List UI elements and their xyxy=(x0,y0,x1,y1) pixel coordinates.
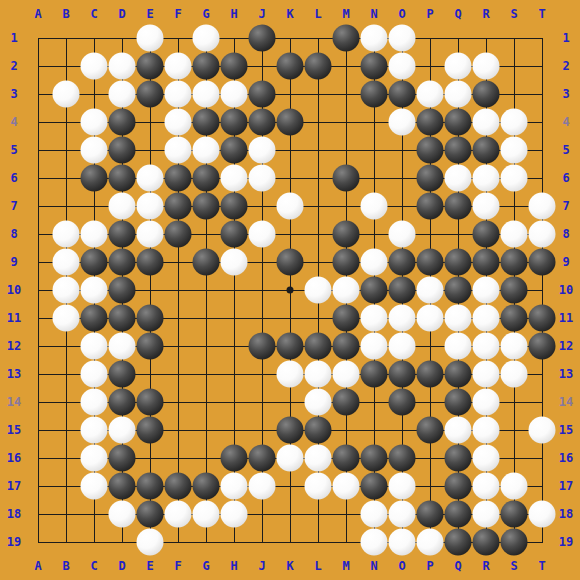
stone-white-D18[interactable] xyxy=(109,501,136,528)
stone-white-B10[interactable] xyxy=(53,277,80,304)
stone-black-K4[interactable] xyxy=(277,109,304,136)
stone-white-C16[interactable] xyxy=(81,445,108,472)
row-label-left-6: 6 xyxy=(10,171,17,185)
stone-black-Q19[interactable] xyxy=(445,529,472,556)
stone-white-F2[interactable] xyxy=(165,53,192,80)
row-label-right-6: 6 xyxy=(562,171,569,185)
row-label-left-17: 17 xyxy=(7,479,21,493)
stone-black-D8[interactable] xyxy=(109,221,136,248)
stone-white-L14[interactable] xyxy=(305,389,332,416)
row-label-right-3: 3 xyxy=(562,87,569,101)
row-label-left-19: 19 xyxy=(7,535,21,549)
stone-white-K13[interactable] xyxy=(277,361,304,388)
stone-black-E3[interactable] xyxy=(137,81,164,108)
stone-white-T18[interactable] xyxy=(529,501,556,528)
stone-black-C6[interactable] xyxy=(81,165,108,192)
stone-black-E12[interactable] xyxy=(137,333,164,360)
row-label-right-17: 17 xyxy=(559,479,573,493)
col-label-top-R: R xyxy=(482,7,489,21)
stone-black-K9[interactable] xyxy=(277,249,304,276)
stone-black-K12[interactable] xyxy=(277,333,304,360)
stone-white-O11[interactable] xyxy=(389,305,416,332)
stone-black-R19[interactable] xyxy=(473,529,500,556)
stone-black-G4[interactable] xyxy=(193,109,220,136)
row-label-right-18: 18 xyxy=(559,507,573,521)
row-label-left-7: 7 xyxy=(10,199,17,213)
row-label-right-16: 16 xyxy=(559,451,573,465)
stone-white-O17[interactable] xyxy=(389,473,416,500)
stone-white-L16[interactable] xyxy=(305,445,332,472)
col-label-bottom-C: C xyxy=(90,559,97,573)
stone-black-O13[interactable] xyxy=(389,361,416,388)
col-label-top-T: T xyxy=(538,7,545,21)
stone-black-S11[interactable] xyxy=(501,305,528,332)
col-label-top-L: L xyxy=(314,7,321,21)
stone-black-D13[interactable] xyxy=(109,361,136,388)
stone-black-N13[interactable] xyxy=(361,361,388,388)
stone-black-P9[interactable] xyxy=(417,249,444,276)
row-label-right-2: 2 xyxy=(562,59,569,73)
stone-black-S18[interactable] xyxy=(501,501,528,528)
stone-white-E7[interactable] xyxy=(137,193,164,220)
stone-black-F17[interactable] xyxy=(165,473,192,500)
stone-black-G7[interactable] xyxy=(193,193,220,220)
stone-black-O9[interactable] xyxy=(389,249,416,276)
stone-black-D9[interactable] xyxy=(109,249,136,276)
stone-white-S5[interactable] xyxy=(501,137,528,164)
stone-white-J6[interactable] xyxy=(249,165,276,192)
col-label-top-N: N xyxy=(370,7,377,21)
stone-white-R16[interactable] xyxy=(473,445,500,472)
stone-black-Q14[interactable] xyxy=(445,389,472,416)
stone-white-L13[interactable] xyxy=(305,361,332,388)
stone-black-P15[interactable] xyxy=(417,417,444,444)
stone-white-B9[interactable] xyxy=(53,249,80,276)
col-label-top-G: G xyxy=(202,7,209,21)
stone-white-F18[interactable] xyxy=(165,501,192,528)
stone-white-T15[interactable] xyxy=(529,417,556,444)
stone-black-J16[interactable] xyxy=(249,445,276,472)
row-label-left-9: 9 xyxy=(10,255,17,269)
stone-black-L15[interactable] xyxy=(305,417,332,444)
go-board[interactable]: AABBCCDDEEFFGGHHJJKKLLMMNNOOPPQQRRSSTT11… xyxy=(0,0,580,580)
stone-white-C12[interactable] xyxy=(81,333,108,360)
col-label-top-C: C xyxy=(90,7,97,21)
stone-black-D5[interactable] xyxy=(109,137,136,164)
stone-white-R13[interactable] xyxy=(473,361,500,388)
stone-black-Q13[interactable] xyxy=(445,361,472,388)
row-label-left-11: 11 xyxy=(7,311,21,325)
row-label-left-8: 8 xyxy=(10,227,17,241)
stone-black-O3[interactable] xyxy=(389,81,416,108)
stone-black-O14[interactable] xyxy=(389,389,416,416)
stone-white-R6[interactable] xyxy=(473,165,500,192)
col-label-bottom-Q: Q xyxy=(454,559,461,573)
stone-white-S12[interactable] xyxy=(501,333,528,360)
row-label-right-13: 13 xyxy=(559,367,573,381)
col-label-top-B: B xyxy=(62,7,69,21)
stone-white-R7[interactable] xyxy=(473,193,500,220)
stone-black-H2[interactable] xyxy=(221,53,248,80)
stone-black-H16[interactable] xyxy=(221,445,248,472)
stone-white-E1[interactable] xyxy=(137,25,164,52)
stone-black-P5[interactable] xyxy=(417,137,444,164)
row-label-left-5: 5 xyxy=(10,143,17,157)
stone-white-E6[interactable] xyxy=(137,165,164,192)
stone-black-J1[interactable] xyxy=(249,25,276,52)
col-label-bottom-L: L xyxy=(314,559,321,573)
col-label-bottom-K: K xyxy=(286,559,293,573)
stone-white-N11[interactable] xyxy=(361,305,388,332)
col-label-top-O: O xyxy=(398,7,405,21)
col-label-top-A: A xyxy=(34,7,41,21)
col-label-bottom-M: M xyxy=(342,559,349,573)
row-label-left-16: 16 xyxy=(7,451,21,465)
stone-black-F7[interactable] xyxy=(165,193,192,220)
stone-black-R8[interactable] xyxy=(473,221,500,248)
col-label-top-S: S xyxy=(510,7,517,21)
stone-black-G6[interactable] xyxy=(193,165,220,192)
stone-white-O12[interactable] xyxy=(389,333,416,360)
row-label-left-14: 14 xyxy=(7,395,21,409)
stone-white-J5[interactable] xyxy=(249,137,276,164)
stone-black-Q5[interactable] xyxy=(445,137,472,164)
stone-white-P10[interactable] xyxy=(417,277,444,304)
stone-white-O2[interactable] xyxy=(389,53,416,80)
stone-white-D15[interactable] xyxy=(109,417,136,444)
row-label-left-10: 10 xyxy=(7,283,21,297)
row-label-left-12: 12 xyxy=(7,339,21,353)
col-label-bottom-E: E xyxy=(146,559,153,573)
stone-white-F5[interactable] xyxy=(165,137,192,164)
stone-white-R4[interactable] xyxy=(473,109,500,136)
stone-white-N18[interactable] xyxy=(361,501,388,528)
stone-black-T12[interactable] xyxy=(529,333,556,360)
col-label-top-D: D xyxy=(118,7,125,21)
stone-white-T8[interactable] xyxy=(529,221,556,248)
stone-white-E8[interactable] xyxy=(137,221,164,248)
stone-black-P4[interactable] xyxy=(417,109,444,136)
row-label-right-15: 15 xyxy=(559,423,573,437)
stone-white-C13[interactable] xyxy=(81,361,108,388)
stone-black-Q4[interactable] xyxy=(445,109,472,136)
row-label-right-10: 10 xyxy=(559,283,573,297)
stone-white-C14[interactable] xyxy=(81,389,108,416)
row-label-right-12: 12 xyxy=(559,339,573,353)
col-label-top-K: K xyxy=(286,7,293,21)
row-label-left-2: 2 xyxy=(10,59,17,73)
row-label-right-1: 1 xyxy=(562,31,569,45)
stone-white-D12[interactable] xyxy=(109,333,136,360)
stone-white-C2[interactable] xyxy=(81,53,108,80)
stone-white-O18[interactable] xyxy=(389,501,416,528)
stone-black-H8[interactable] xyxy=(221,221,248,248)
stone-white-G18[interactable] xyxy=(193,501,220,528)
stone-black-Q16[interactable] xyxy=(445,445,472,472)
stone-white-H3[interactable] xyxy=(221,81,248,108)
stone-white-B11[interactable] xyxy=(53,305,80,332)
col-label-bottom-O: O xyxy=(398,559,405,573)
stone-white-O19[interactable] xyxy=(389,529,416,556)
row-label-left-18: 18 xyxy=(7,507,21,521)
stone-black-G17[interactable] xyxy=(193,473,220,500)
stone-black-K2[interactable] xyxy=(277,53,304,80)
stone-white-G1[interactable] xyxy=(193,25,220,52)
stone-white-C10[interactable] xyxy=(81,277,108,304)
col-label-bottom-P: P xyxy=(426,559,433,573)
col-label-top-P: P xyxy=(426,7,433,21)
stone-white-C15[interactable] xyxy=(81,417,108,444)
row-label-left-3: 3 xyxy=(10,87,17,101)
stone-black-H5[interactable] xyxy=(221,137,248,164)
stone-white-M13[interactable] xyxy=(333,361,360,388)
stone-white-G3[interactable] xyxy=(193,81,220,108)
stone-white-D3[interactable] xyxy=(109,81,136,108)
stone-black-L2[interactable] xyxy=(305,53,332,80)
stone-white-S8[interactable] xyxy=(501,221,528,248)
stone-black-P18[interactable] xyxy=(417,501,444,528)
stone-white-D2[interactable] xyxy=(109,53,136,80)
stone-black-E2[interactable] xyxy=(137,53,164,80)
stone-white-J17[interactable] xyxy=(249,473,276,500)
stone-white-Q12[interactable] xyxy=(445,333,472,360)
stone-black-N16[interactable] xyxy=(361,445,388,472)
col-label-bottom-S: S xyxy=(510,559,517,573)
stone-black-K15[interactable] xyxy=(277,417,304,444)
stone-white-K16[interactable] xyxy=(277,445,304,472)
stone-white-R17[interactable] xyxy=(473,473,500,500)
stone-white-R12[interactable] xyxy=(473,333,500,360)
stone-white-Q6[interactable] xyxy=(445,165,472,192)
stone-black-E14[interactable] xyxy=(137,389,164,416)
col-label-top-Q: Q xyxy=(454,7,461,21)
stone-black-M1[interactable] xyxy=(333,25,360,52)
stone-white-R15[interactable] xyxy=(473,417,500,444)
stone-white-P11[interactable] xyxy=(417,305,444,332)
col-label-bottom-D: D xyxy=(118,559,125,573)
stone-black-D4[interactable] xyxy=(109,109,136,136)
stone-white-R18[interactable] xyxy=(473,501,500,528)
stone-white-L17[interactable] xyxy=(305,473,332,500)
stone-black-H4[interactable] xyxy=(221,109,248,136)
stone-white-G5[interactable] xyxy=(193,137,220,164)
col-label-bottom-B: B xyxy=(62,559,69,573)
stone-white-F3[interactable] xyxy=(165,81,192,108)
col-label-top-E: E xyxy=(146,7,153,21)
col-label-bottom-N: N xyxy=(370,559,377,573)
row-label-right-14: 14 xyxy=(559,395,573,409)
col-label-top-H: H xyxy=(230,7,237,21)
stone-white-O1[interactable] xyxy=(389,25,416,52)
col-label-top-J: J xyxy=(258,7,265,21)
stone-white-Q2[interactable] xyxy=(445,53,472,80)
stone-white-N7[interactable] xyxy=(361,193,388,220)
stone-black-P13[interactable] xyxy=(417,361,444,388)
stone-black-F8[interactable] xyxy=(165,221,192,248)
row-label-left-1: 1 xyxy=(10,31,17,45)
stone-black-J3[interactable] xyxy=(249,81,276,108)
stone-white-S17[interactable] xyxy=(501,473,528,500)
stone-white-B3[interactable] xyxy=(53,81,80,108)
col-label-bottom-T: T xyxy=(538,559,545,573)
stone-black-S9[interactable] xyxy=(501,249,528,276)
stone-white-M10[interactable] xyxy=(333,277,360,304)
stone-white-Q15[interactable] xyxy=(445,417,472,444)
stone-black-Q10[interactable] xyxy=(445,277,472,304)
stone-black-M11[interactable] xyxy=(333,305,360,332)
stone-black-N3[interactable] xyxy=(361,81,388,108)
stone-white-L10[interactable] xyxy=(305,277,332,304)
row-label-right-5: 5 xyxy=(562,143,569,157)
stone-black-Q9[interactable] xyxy=(445,249,472,276)
row-label-left-15: 15 xyxy=(7,423,21,437)
stone-black-D16[interactable] xyxy=(109,445,136,472)
stone-black-M8[interactable] xyxy=(333,221,360,248)
row-label-left-13: 13 xyxy=(7,367,21,381)
stone-white-H18[interactable] xyxy=(221,501,248,528)
row-label-left-4: 4 xyxy=(10,115,17,129)
stone-white-K7[interactable] xyxy=(277,193,304,220)
stone-white-E19[interactable] xyxy=(137,529,164,556)
row-label-right-8: 8 xyxy=(562,227,569,241)
stone-black-Q18[interactable] xyxy=(445,501,472,528)
stone-black-M12[interactable] xyxy=(333,333,360,360)
stone-white-O8[interactable] xyxy=(389,221,416,248)
stone-black-C9[interactable] xyxy=(81,249,108,276)
stone-white-C4[interactable] xyxy=(81,109,108,136)
stone-black-M6[interactable] xyxy=(333,165,360,192)
row-label-right-11: 11 xyxy=(559,311,573,325)
col-label-top-F: F xyxy=(174,7,181,21)
stone-black-T9[interactable] xyxy=(529,249,556,276)
stone-white-R11[interactable] xyxy=(473,305,500,332)
row-label-right-19: 19 xyxy=(559,535,573,549)
stone-white-P3[interactable] xyxy=(417,81,444,108)
col-label-bottom-H: H xyxy=(230,559,237,573)
stone-black-E15[interactable] xyxy=(137,417,164,444)
stone-white-J8[interactable] xyxy=(249,221,276,248)
stone-white-R2[interactable] xyxy=(473,53,500,80)
stone-black-Q17[interactable] xyxy=(445,473,472,500)
stone-white-Q11[interactable] xyxy=(445,305,472,332)
stone-black-D14[interactable] xyxy=(109,389,136,416)
stone-white-H6[interactable] xyxy=(221,165,248,192)
stone-black-S19[interactable] xyxy=(501,529,528,556)
stone-black-D10[interactable] xyxy=(109,277,136,304)
stone-white-H17[interactable] xyxy=(221,473,248,500)
stone-white-N9[interactable] xyxy=(361,249,388,276)
stone-black-D6[interactable] xyxy=(109,165,136,192)
col-label-top-M: M xyxy=(342,7,349,21)
col-label-bottom-J: J xyxy=(258,559,265,573)
col-label-bottom-F: F xyxy=(174,559,181,573)
col-label-bottom-G: G xyxy=(202,559,209,573)
stone-black-E11[interactable] xyxy=(137,305,164,332)
col-label-bottom-R: R xyxy=(482,559,489,573)
stone-black-O16[interactable] xyxy=(389,445,416,472)
stone-white-B8[interactable] xyxy=(53,221,80,248)
row-label-right-7: 7 xyxy=(562,199,569,213)
stone-white-S13[interactable] xyxy=(501,361,528,388)
stone-white-H9[interactable] xyxy=(221,249,248,276)
stone-black-E18[interactable] xyxy=(137,501,164,528)
stone-white-O4[interactable] xyxy=(389,109,416,136)
stone-black-M14[interactable] xyxy=(333,389,360,416)
stone-black-D17[interactable] xyxy=(109,473,136,500)
stone-white-R10[interactable] xyxy=(473,277,500,304)
stone-white-R14[interactable] xyxy=(473,389,500,416)
stone-black-G9[interactable] xyxy=(193,249,220,276)
stone-black-N17[interactable] xyxy=(361,473,388,500)
stone-black-M16[interactable] xyxy=(333,445,360,472)
stone-black-T11[interactable] xyxy=(529,305,556,332)
col-label-bottom-A: A xyxy=(34,559,41,573)
stone-white-C8[interactable] xyxy=(81,221,108,248)
stone-black-R3[interactable] xyxy=(473,81,500,108)
stone-white-C5[interactable] xyxy=(81,137,108,164)
stone-black-S10[interactable] xyxy=(501,277,528,304)
stone-black-L12[interactable] xyxy=(305,333,332,360)
stone-white-N19[interactable] xyxy=(361,529,388,556)
stone-black-E9[interactable] xyxy=(137,249,164,276)
stone-white-Q3[interactable] xyxy=(445,81,472,108)
stone-black-N2[interactable] xyxy=(361,53,388,80)
stone-white-S6[interactable] xyxy=(501,165,528,192)
stone-black-Q7[interactable] xyxy=(445,193,472,220)
stone-black-C11[interactable] xyxy=(81,305,108,332)
grid-line-vertical xyxy=(542,38,543,543)
stone-black-E17[interactable] xyxy=(137,473,164,500)
stone-black-N10[interactable] xyxy=(361,277,388,304)
stone-black-G2[interactable] xyxy=(193,53,220,80)
stone-white-N1[interactable] xyxy=(361,25,388,52)
stone-black-P6[interactable] xyxy=(417,165,444,192)
stone-white-C17[interactable] xyxy=(81,473,108,500)
stone-white-P19[interactable] xyxy=(417,529,444,556)
row-label-right-9: 9 xyxy=(562,255,569,269)
stone-black-R9[interactable] xyxy=(473,249,500,276)
stone-black-D11[interactable] xyxy=(109,305,136,332)
stone-white-N12[interactable] xyxy=(361,333,388,360)
stone-black-J4[interactable] xyxy=(249,109,276,136)
stone-white-F4[interactable] xyxy=(165,109,192,136)
stone-black-P7[interactable] xyxy=(417,193,444,220)
stone-white-T7[interactable] xyxy=(529,193,556,220)
stone-black-H7[interactable] xyxy=(221,193,248,220)
stone-black-J12[interactable] xyxy=(249,333,276,360)
stone-white-M17[interactable] xyxy=(333,473,360,500)
stone-white-S4[interactable] xyxy=(501,109,528,136)
stone-white-D7[interactable] xyxy=(109,193,136,220)
stone-black-M9[interactable] xyxy=(333,249,360,276)
stone-black-R5[interactable] xyxy=(473,137,500,164)
star-point-K10 xyxy=(287,287,294,294)
stone-black-O10[interactable] xyxy=(389,277,416,304)
row-label-right-4: 4 xyxy=(562,115,569,129)
stone-black-F6[interactable] xyxy=(165,165,192,192)
